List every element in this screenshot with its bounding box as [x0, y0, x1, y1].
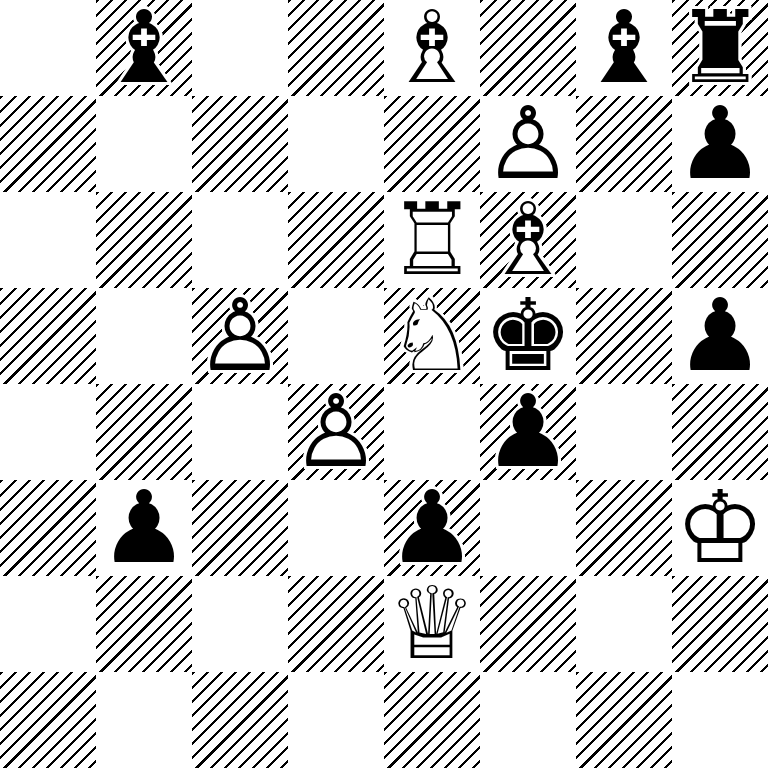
black-pawn-icon: ♟: [672, 96, 768, 192]
square-b7[interactable]: [96, 96, 192, 192]
square-g1[interactable]: [576, 672, 672, 768]
piece-black-pawn: ♟♟: [672, 288, 768, 384]
square-e1[interactable]: [384, 672, 480, 768]
square-d2[interactable]: [288, 576, 384, 672]
white-rook-icon: ♖: [384, 192, 480, 288]
black-pawn-icon: ♟: [480, 384, 576, 480]
piece-white-bishop: ♝♗: [384, 0, 480, 96]
square-c4[interactable]: [192, 384, 288, 480]
piece-black-pawn: ♟♟: [480, 384, 576, 480]
square-b5[interactable]: [96, 288, 192, 384]
square-d8[interactable]: [288, 0, 384, 96]
square-b4[interactable]: [96, 384, 192, 480]
square-g6[interactable]: [576, 192, 672, 288]
square-c6[interactable]: [192, 192, 288, 288]
square-c3[interactable]: [192, 480, 288, 576]
square-g2[interactable]: [576, 576, 672, 672]
square-g5[interactable]: [576, 288, 672, 384]
square-d5[interactable]: [288, 288, 384, 384]
square-a2[interactable]: [0, 576, 96, 672]
square-c7[interactable]: [192, 96, 288, 192]
square-h6[interactable]: [672, 192, 768, 288]
square-a5[interactable]: [0, 288, 96, 384]
piece-black-king: ♚♚: [480, 288, 576, 384]
square-f2[interactable]: [480, 576, 576, 672]
piece-black-pawn: ♟♟: [96, 480, 192, 576]
black-rook-icon: ♜: [672, 0, 768, 96]
square-g3[interactable]: [576, 480, 672, 576]
square-a1[interactable]: [0, 672, 96, 768]
square-c8[interactable]: [192, 0, 288, 96]
square-f1[interactable]: [480, 672, 576, 768]
piece-white-pawn: ♟♙: [192, 288, 288, 384]
square-d6[interactable]: [288, 192, 384, 288]
square-h4[interactable]: [672, 384, 768, 480]
square-h8[interactable]: ♜♜: [672, 0, 768, 96]
white-pawn-icon: ♙: [480, 96, 576, 192]
piece-white-knight: ♞♘: [384, 288, 480, 384]
square-h2[interactable]: [672, 576, 768, 672]
piece-white-king: ♚♔: [672, 480, 768, 576]
square-f7[interactable]: ♟♙: [480, 96, 576, 192]
square-a7[interactable]: [0, 96, 96, 192]
square-h3[interactable]: ♚♔: [672, 480, 768, 576]
piece-black-rook: ♜♜: [672, 0, 768, 96]
chess-board: ♝♝♝♗♝♝♜♜♟♙♟♟♜♖♝♗♟♙♞♘♚♚♟♟♟♙♟♟♟♟♟♟♚♔♛♕: [0, 0, 768, 768]
piece-black-bishop: ♝♝: [96, 0, 192, 96]
square-f8[interactable]: [480, 0, 576, 96]
piece-white-pawn: ♟♙: [288, 384, 384, 480]
square-a4[interactable]: [0, 384, 96, 480]
square-b1[interactable]: [96, 672, 192, 768]
piece-black-bishop: ♝♝: [576, 0, 672, 96]
square-e5[interactable]: ♞♘: [384, 288, 480, 384]
square-g4[interactable]: [576, 384, 672, 480]
square-h5[interactable]: ♟♟: [672, 288, 768, 384]
square-b3[interactable]: ♟♟: [96, 480, 192, 576]
square-b2[interactable]: [96, 576, 192, 672]
black-bishop-icon: ♝: [576, 0, 672, 96]
square-f4[interactable]: ♟♟: [480, 384, 576, 480]
square-f5[interactable]: ♚♚: [480, 288, 576, 384]
square-c2[interactable]: [192, 576, 288, 672]
square-e4[interactable]: [384, 384, 480, 480]
square-e6[interactable]: ♜♖: [384, 192, 480, 288]
square-f6[interactable]: ♝♗: [480, 192, 576, 288]
white-bishop-icon: ♗: [480, 192, 576, 288]
white-king-icon: ♔: [672, 480, 768, 576]
square-h7[interactable]: ♟♟: [672, 96, 768, 192]
square-d7[interactable]: [288, 96, 384, 192]
square-d4[interactable]: ♟♙: [288, 384, 384, 480]
black-king-icon: ♚: [480, 288, 576, 384]
square-h1[interactable]: [672, 672, 768, 768]
black-pawn-icon: ♟: [96, 480, 192, 576]
square-a6[interactable]: [0, 192, 96, 288]
square-c1[interactable]: [192, 672, 288, 768]
square-c5[interactable]: ♟♙: [192, 288, 288, 384]
piece-white-queen: ♛♕: [384, 576, 480, 672]
square-a8[interactable]: [0, 0, 96, 96]
white-pawn-icon: ♙: [192, 288, 288, 384]
square-e7[interactable]: [384, 96, 480, 192]
white-queen-icon: ♕: [384, 576, 480, 672]
piece-black-pawn: ♟♟: [672, 96, 768, 192]
piece-white-bishop: ♝♗: [480, 192, 576, 288]
square-d1[interactable]: [288, 672, 384, 768]
white-pawn-icon: ♙: [288, 384, 384, 480]
square-b8[interactable]: ♝♝: [96, 0, 192, 96]
square-f3[interactable]: [480, 480, 576, 576]
square-d3[interactable]: [288, 480, 384, 576]
piece-black-pawn: ♟♟: [384, 480, 480, 576]
piece-white-pawn: ♟♙: [480, 96, 576, 192]
square-g8[interactable]: ♝♝: [576, 0, 672, 96]
square-e2[interactable]: ♛♕: [384, 576, 480, 672]
piece-white-rook: ♜♖: [384, 192, 480, 288]
square-b6[interactable]: [96, 192, 192, 288]
square-e8[interactable]: ♝♗: [384, 0, 480, 96]
black-pawn-icon: ♟: [384, 480, 480, 576]
square-e3[interactable]: ♟♟: [384, 480, 480, 576]
white-bishop-icon: ♗: [384, 0, 480, 96]
black-bishop-icon: ♝: [96, 0, 192, 96]
square-g7[interactable]: [576, 96, 672, 192]
white-knight-icon: ♘: [384, 288, 480, 384]
black-pawn-icon: ♟: [672, 288, 768, 384]
square-a3[interactable]: [0, 480, 96, 576]
